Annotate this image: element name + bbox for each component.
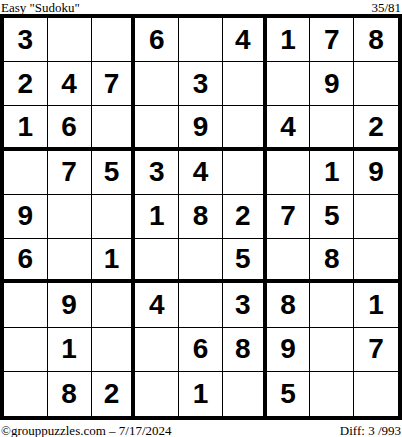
cell-r5c8[interactable]: 5 (310, 195, 354, 239)
cell-r7c3[interactable] (92, 283, 136, 327)
cell-r8c9[interactable]: 7 (354, 328, 398, 372)
cell-r9c4[interactable] (135, 372, 179, 416)
cell-r3c2[interactable]: 6 (48, 106, 92, 150)
cell-r7c9[interactable]: 1 (354, 283, 398, 327)
puzzle-title: Easy "Sudoku" (1, 1, 80, 14)
cell-r6c2[interactable] (48, 239, 92, 283)
sudoku-page: Easy "Sudoku" 35/81 36417824739169427534… (0, 0, 402, 437)
cell-r3c9[interactable]: 2 (354, 106, 398, 150)
cell-r8c8[interactable] (310, 328, 354, 372)
cell-r4c5[interactable]: 4 (179, 151, 223, 195)
cell-r9c2[interactable]: 8 (48, 372, 92, 416)
cell-r4c7[interactable] (267, 151, 311, 195)
cell-r8c5[interactable]: 6 (179, 328, 223, 372)
cell-r7c1[interactable] (4, 283, 48, 327)
cell-r6c7[interactable] (267, 239, 311, 283)
cell-r2c3[interactable]: 7 (92, 62, 136, 106)
cell-r2c7[interactable] (267, 62, 311, 106)
cell-r4c1[interactable] (4, 151, 48, 195)
cell-r2c6[interactable] (223, 62, 267, 106)
cell-r2c4[interactable] (135, 62, 179, 106)
cell-r6c5[interactable] (179, 239, 223, 283)
cell-r9c1[interactable] (4, 372, 48, 416)
cell-r4c9[interactable]: 9 (354, 151, 398, 195)
cell-r6c4[interactable] (135, 239, 179, 283)
cell-r5c3[interactable] (92, 195, 136, 239)
cell-r2c8[interactable]: 9 (310, 62, 354, 106)
cell-r3c5[interactable]: 9 (179, 106, 223, 150)
cell-r4c4[interactable]: 3 (135, 151, 179, 195)
cell-r3c1[interactable]: 1 (4, 106, 48, 150)
cell-r4c8[interactable]: 1 (310, 151, 354, 195)
cell-r4c3[interactable]: 5 (92, 151, 136, 195)
cell-r5c4[interactable]: 1 (135, 195, 179, 239)
cell-r3c8[interactable] (310, 106, 354, 150)
cell-r7c7[interactable]: 8 (267, 283, 311, 327)
cell-r5c9[interactable] (354, 195, 398, 239)
cell-r9c5[interactable]: 1 (179, 372, 223, 416)
cell-r3c6[interactable] (223, 106, 267, 150)
cell-r6c8[interactable]: 8 (310, 239, 354, 283)
cell-r4c6[interactable] (223, 151, 267, 195)
cell-r8c2[interactable]: 1 (48, 328, 92, 372)
cell-r5c1[interactable]: 9 (4, 195, 48, 239)
cell-r8c7[interactable]: 9 (267, 328, 311, 372)
cell-r3c7[interactable]: 4 (267, 106, 311, 150)
cell-r6c6[interactable]: 5 (223, 239, 267, 283)
cell-r2c2[interactable]: 4 (48, 62, 92, 106)
cell-r1c8[interactable]: 7 (310, 18, 354, 62)
cell-r2c1[interactable]: 2 (4, 62, 48, 106)
cell-r2c5[interactable]: 3 (179, 62, 223, 106)
copyright-date-text: ©grouppuzzles.com – 7/17/2024 (1, 424, 172, 437)
cell-r9c8[interactable] (310, 372, 354, 416)
cell-r5c7[interactable]: 7 (267, 195, 311, 239)
cell-r8c4[interactable] (135, 328, 179, 372)
cell-r6c3[interactable]: 1 (92, 239, 136, 283)
cell-r1c4[interactable]: 6 (135, 18, 179, 62)
cell-r1c7[interactable]: 1 (267, 18, 311, 62)
cell-r7c6[interactable]: 3 (223, 283, 267, 327)
cell-r9c9[interactable] (354, 372, 398, 416)
cell-r9c7[interactable]: 5 (267, 372, 311, 416)
cell-r1c2[interactable] (48, 18, 92, 62)
difficulty-text: Diff: 3 /993 (340, 424, 401, 437)
cell-r3c3[interactable] (92, 106, 136, 150)
cell-r5c6[interactable]: 2 (223, 195, 267, 239)
header: Easy "Sudoku" 35/81 (0, 0, 402, 14)
cells-remaining-counter: 35/81 (371, 1, 401, 14)
cell-r9c3[interactable]: 2 (92, 372, 136, 416)
cell-r1c1[interactable]: 3 (4, 18, 48, 62)
cell-r4c2[interactable]: 7 (48, 151, 92, 195)
cell-r5c5[interactable]: 8 (179, 195, 223, 239)
cell-r7c4[interactable]: 4 (135, 283, 179, 327)
cell-r1c9[interactable]: 8 (354, 18, 398, 62)
cell-r5c2[interactable] (48, 195, 92, 239)
cell-r1c5[interactable] (179, 18, 223, 62)
footer: ©grouppuzzles.com – 7/17/2024 Diff: 3 /9… (0, 420, 402, 437)
cell-r8c6[interactable]: 8 (223, 328, 267, 372)
cell-r6c1[interactable]: 6 (4, 239, 48, 283)
cell-r1c6[interactable]: 4 (223, 18, 267, 62)
cell-r8c1[interactable] (4, 328, 48, 372)
cell-r7c2[interactable]: 9 (48, 283, 92, 327)
cell-r9c6[interactable] (223, 372, 267, 416)
cell-r1c3[interactable] (92, 18, 136, 62)
cell-r6c9[interactable] (354, 239, 398, 283)
cell-r8c3[interactable] (92, 328, 136, 372)
cell-r3c4[interactable] (135, 106, 179, 150)
cell-r7c8[interactable] (310, 283, 354, 327)
cell-r2c9[interactable] (354, 62, 398, 106)
sudoku-grid[interactable]: 3641782473916942753419918275615894381168… (0, 14, 402, 420)
cell-r7c5[interactable] (179, 283, 223, 327)
